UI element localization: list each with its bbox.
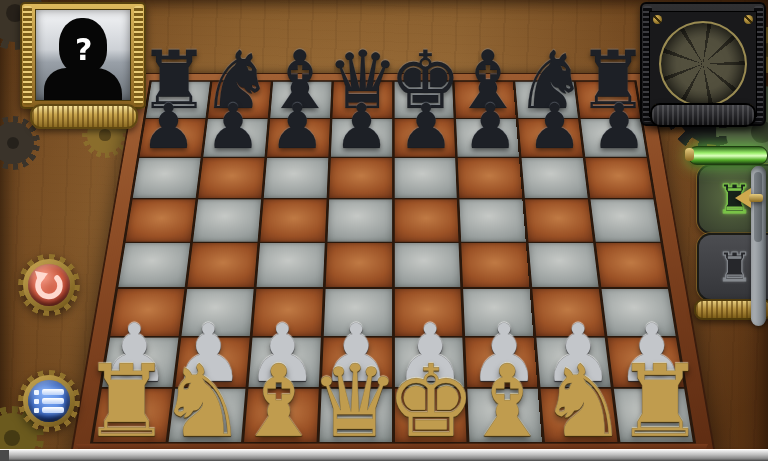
frame-rib [134, 6, 143, 105]
undo-arrow-icon [32, 268, 66, 302]
piece-black-pawn-d7[interactable]: ♟ [334, 96, 390, 158]
avatar-portrait: ? [35, 9, 131, 101]
piece-white-rook-h1[interactable]: ♜ [615, 352, 705, 452]
fan-housing [649, 11, 757, 117]
piece-black-pawn-b7[interactable]: ♟ [205, 96, 261, 158]
menu-list-icon [34, 386, 64, 416]
square-b6[interactable] [198, 158, 264, 198]
square-f4[interactable] [462, 243, 530, 287]
menu-button[interactable] [18, 370, 80, 432]
square-b4[interactable] [187, 243, 257, 287]
piece-black-pawn-f7[interactable]: ♟ [463, 96, 519, 158]
square-e5[interactable] [394, 199, 459, 241]
square-f6[interactable] [458, 158, 522, 198]
panel-slider[interactable] [751, 166, 766, 326]
square-d6[interactable] [329, 158, 392, 198]
square-h4[interactable] [596, 243, 668, 287]
window-bottom-bar [0, 449, 768, 461]
avatar-nameplate [30, 104, 138, 129]
square-g6[interactable] [522, 158, 588, 198]
piece-black-pawn-a7[interactable]: ♟ [141, 96, 197, 158]
square-e6[interactable] [394, 158, 457, 198]
square-a5[interactable] [126, 199, 196, 241]
avatar-silhouette-icon [44, 68, 122, 101]
square-c5[interactable] [260, 199, 326, 241]
square-h6[interactable] [586, 158, 654, 198]
square-g5[interactable] [525, 199, 593, 241]
player-avatar-frame: ? [20, 2, 146, 109]
frame-rib [23, 6, 32, 105]
menu-button-core [28, 380, 70, 422]
square-c6[interactable] [264, 158, 328, 198]
square-c4[interactable] [256, 243, 324, 287]
screw-icon [744, 15, 753, 24]
square-e4[interactable] [394, 243, 460, 287]
square-h5[interactable] [591, 199, 661, 241]
fan-iris-icon [659, 21, 747, 107]
piece-black-pawn-c7[interactable]: ♟ [270, 96, 326, 158]
question-mark: ? [75, 32, 92, 67]
undo-button-core [28, 264, 70, 306]
square-f5[interactable] [460, 199, 526, 241]
square-a6[interactable] [133, 158, 201, 198]
piece-black-pawn-g7[interactable]: ♟ [527, 96, 583, 158]
green-glow-tube [688, 146, 768, 165]
opponent-nameplate [650, 103, 756, 127]
square-d5[interactable] [327, 199, 392, 241]
screw-icon [653, 15, 662, 24]
piece-black-pawn-h7[interactable]: ♟ [591, 96, 647, 158]
undo-button[interactable] [18, 254, 80, 316]
slider-arrow-icon[interactable] [735, 188, 751, 208]
square-g4[interactable] [529, 243, 599, 287]
rook-icon: ♜ [717, 247, 753, 287]
piece-black-pawn-e7[interactable]: ♟ [398, 96, 454, 158]
square-d4[interactable] [325, 243, 391, 287]
square-b5[interactable] [193, 199, 261, 241]
square-a4[interactable] [118, 243, 190, 287]
game-screen: ♜♞♝♛♚♝♞♜♟♟♟♟♟♟♟♟♟♟♟♟♟♟♟♟♜♞♝♛♚♝♞♜ ? ♜ ♜ [0, 0, 768, 461]
